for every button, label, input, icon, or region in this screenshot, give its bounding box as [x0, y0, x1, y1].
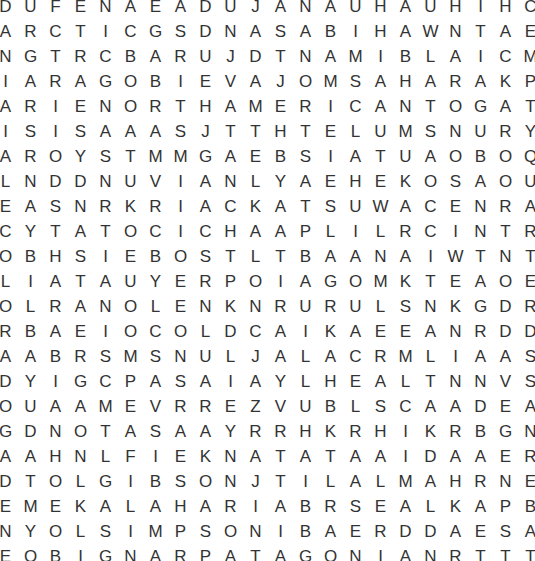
grid-cell[interactable]: E — [168, 444, 193, 469]
grid-cell[interactable]: V — [143, 394, 168, 419]
grid-cell[interactable]: L — [318, 219, 343, 244]
grid-cell[interactable]: B — [468, 419, 493, 444]
grid-cell[interactable]: C — [493, 44, 518, 69]
grid-cell[interactable]: E — [43, 494, 68, 519]
grid-cell[interactable]: O — [493, 269, 518, 294]
grid-cell[interactable]: D — [493, 319, 518, 344]
grid-cell[interactable]: D — [218, 319, 243, 344]
grid-cell[interactable]: A — [143, 494, 168, 519]
grid-cell[interactable]: E — [0, 494, 18, 519]
grid-cell[interactable]: G — [468, 94, 493, 119]
grid-cell[interactable]: U — [293, 294, 318, 319]
grid-cell[interactable]: I — [118, 519, 143, 544]
grid-cell[interactable]: A — [18, 69, 43, 94]
grid-cell[interactable]: I — [343, 219, 368, 244]
grid-cell[interactable]: E — [368, 319, 393, 344]
grid-cell[interactable]: A — [343, 444, 368, 469]
grid-cell[interactable]: L — [293, 344, 318, 369]
grid-cell[interactable]: A — [268, 194, 293, 219]
grid-cell[interactable]: L — [68, 469, 93, 494]
grid-cell[interactable]: T — [293, 119, 318, 144]
grid-cell[interactable]: G — [18, 44, 43, 69]
grid-cell[interactable]: K — [318, 319, 343, 344]
grid-cell[interactable]: R — [68, 44, 93, 69]
grid-cell[interactable]: L — [118, 494, 143, 519]
grid-cell[interactable]: P — [218, 269, 243, 294]
grid-cell[interactable]: U — [193, 44, 218, 69]
grid-cell[interactable]: C — [43, 19, 68, 44]
grid-cell[interactable]: O — [443, 94, 468, 119]
grid-cell[interactable]: Y — [18, 219, 43, 244]
grid-cell[interactable]: T — [168, 94, 193, 119]
grid-cell[interactable]: K — [418, 419, 443, 444]
grid-cell[interactable]: I — [168, 69, 193, 94]
grid-cell[interactable]: F — [118, 444, 143, 469]
grid-cell[interactable]: A — [418, 394, 443, 419]
grid-cell[interactable]: L — [368, 219, 393, 244]
grid-cell[interactable]: O — [343, 269, 368, 294]
grid-cell[interactable]: T — [68, 269, 93, 294]
grid-cell[interactable]: W — [368, 194, 393, 219]
grid-cell[interactable]: T — [68, 19, 93, 44]
grid-cell[interactable]: A — [218, 94, 243, 119]
grid-cell[interactable]: R — [218, 494, 243, 519]
grid-cell[interactable]: R — [443, 69, 468, 94]
grid-cell[interactable]: L — [218, 344, 243, 369]
grid-cell[interactable]: N — [218, 444, 243, 469]
grid-cell[interactable]: B — [18, 244, 43, 269]
grid-cell[interactable]: S — [93, 144, 118, 169]
grid-cell[interactable]: E — [0, 194, 18, 219]
grid-cell[interactable]: T — [418, 269, 443, 294]
grid-cell[interactable]: U — [343, 194, 368, 219]
grid-cell[interactable]: O — [68, 419, 93, 444]
grid-cell[interactable]: I — [243, 494, 268, 519]
grid-cell[interactable]: R — [43, 69, 68, 94]
grid-cell[interactable]: R — [68, 344, 93, 369]
grid-cell[interactable]: L — [243, 244, 268, 269]
grid-cell[interactable]: S — [168, 469, 193, 494]
grid-cell[interactable]: I — [318, 94, 343, 119]
grid-cell[interactable]: O — [443, 144, 468, 169]
grid-cell[interactable]: B — [293, 519, 318, 544]
grid-cell[interactable]: A — [243, 69, 268, 94]
grid-cell[interactable]: A — [268, 0, 293, 19]
grid-cell[interactable]: B — [143, 244, 168, 269]
grid-cell[interactable]: E — [168, 294, 193, 319]
grid-cell[interactable]: N — [443, 119, 468, 144]
grid-cell[interactable]: G — [318, 269, 343, 294]
grid-cell[interactable]: T — [268, 44, 293, 69]
grid-cell[interactable]: U — [293, 394, 318, 419]
grid-cell[interactable]: T — [468, 244, 493, 269]
grid-cell[interactable]: H — [268, 119, 293, 144]
grid-cell[interactable]: I — [293, 469, 318, 494]
grid-cell[interactable]: C — [418, 219, 443, 244]
grid-cell[interactable]: H — [218, 219, 243, 244]
grid-cell[interactable]: I — [468, 44, 493, 69]
grid-cell[interactable]: A — [193, 419, 218, 444]
grid-cell[interactable]: A — [293, 169, 318, 194]
grid-cell[interactable]: T — [468, 544, 493, 561]
grid-cell[interactable]: U — [18, 0, 43, 19]
grid-cell[interactable]: I — [368, 544, 393, 561]
grid-cell[interactable]: C — [343, 344, 368, 369]
grid-cell[interactable]: A — [268, 219, 293, 244]
grid-cell[interactable]: O — [118, 94, 143, 119]
grid-cell[interactable]: S — [368, 394, 393, 419]
grid-cell[interactable]: C — [93, 369, 118, 394]
grid-cell[interactable]: I — [0, 119, 18, 144]
grid-cell[interactable]: S — [168, 369, 193, 394]
grid-cell[interactable]: J — [243, 0, 268, 19]
grid-cell[interactable]: A — [343, 144, 368, 169]
grid-cell[interactable]: S — [293, 144, 318, 169]
grid-cell[interactable]: E — [68, 0, 93, 19]
grid-cell[interactable]: A — [118, 419, 143, 444]
grid-cell[interactable]: U — [18, 394, 43, 419]
grid-cell[interactable]: O — [243, 269, 268, 294]
grid-cell[interactable]: R — [18, 94, 43, 119]
grid-cell[interactable]: A — [518, 519, 535, 544]
grid-cell[interactable]: S — [68, 244, 93, 269]
grid-cell[interactable]: M — [368, 269, 393, 294]
grid-cell[interactable]: P — [193, 544, 218, 561]
grid-cell[interactable]: E — [518, 269, 535, 294]
grid-cell[interactable]: A — [418, 69, 443, 94]
grid-cell[interactable]: E — [218, 394, 243, 419]
grid-cell[interactable]: R — [368, 519, 393, 544]
grid-cell[interactable]: G — [193, 144, 218, 169]
grid-cell[interactable]: Y — [268, 369, 293, 394]
grid-cell[interactable]: A — [168, 419, 193, 444]
grid-cell[interactable]: A — [493, 94, 518, 119]
grid-cell[interactable]: M — [118, 344, 143, 369]
grid-cell[interactable]: E — [143, 0, 168, 19]
grid-cell[interactable]: L — [418, 44, 443, 69]
grid-cell[interactable]: N — [93, 94, 118, 119]
grid-cell[interactable]: A — [0, 444, 18, 469]
grid-cell[interactable]: H — [193, 94, 218, 119]
grid-cell[interactable]: D — [518, 319, 535, 344]
grid-cell[interactable]: C — [243, 319, 268, 344]
grid-cell[interactable]: J — [243, 469, 268, 494]
grid-cell[interactable]: E — [68, 94, 93, 119]
grid-cell[interactable]: I — [143, 444, 168, 469]
grid-cell[interactable]: N — [418, 544, 443, 561]
grid-cell[interactable]: A — [43, 269, 68, 294]
grid-cell[interactable]: D — [468, 394, 493, 419]
grid-cell[interactable]: N — [0, 519, 18, 544]
grid-cell[interactable]: I — [18, 269, 43, 294]
grid-cell[interactable]: A — [143, 544, 168, 561]
grid-cell[interactable]: O — [193, 469, 218, 494]
grid-cell[interactable]: N — [468, 219, 493, 244]
grid-cell[interactable]: L — [68, 519, 93, 544]
grid-cell[interactable]: U — [418, 0, 443, 19]
grid-cell[interactable]: I — [218, 369, 243, 394]
grid-cell[interactable]: A — [193, 494, 218, 519]
grid-cell[interactable]: M — [393, 469, 418, 494]
grid-cell[interactable]: L — [393, 369, 418, 394]
grid-cell[interactable]: E — [518, 469, 535, 494]
grid-cell[interactable]: K — [393, 169, 418, 194]
grid-cell[interactable]: I — [93, 319, 118, 344]
grid-cell[interactable]: E — [193, 69, 218, 94]
grid-cell[interactable]: K — [68, 494, 93, 519]
grid-cell[interactable]: D — [418, 519, 443, 544]
grid-cell[interactable]: A — [243, 444, 268, 469]
grid-cell[interactable]: A — [368, 69, 393, 94]
grid-cell[interactable]: B — [468, 144, 493, 169]
grid-cell[interactable]: N — [93, 0, 118, 19]
grid-cell[interactable]: R — [518, 444, 535, 469]
grid-cell[interactable]: R — [168, 394, 193, 419]
grid-cell[interactable]: R — [293, 94, 318, 119]
grid-cell[interactable]: N — [68, 194, 93, 219]
grid-cell[interactable]: N — [343, 544, 368, 561]
grid-cell[interactable]: N — [468, 369, 493, 394]
grid-cell[interactable]: N — [43, 419, 68, 444]
grid-cell[interactable]: I — [443, 344, 468, 369]
grid-cell[interactable]: T — [18, 469, 43, 494]
grid-cell[interactable]: K — [493, 69, 518, 94]
grid-cell[interactable]: C — [118, 19, 143, 44]
grid-cell[interactable]: A — [393, 0, 418, 19]
grid-cell[interactable]: N — [93, 169, 118, 194]
grid-cell[interactable]: R — [493, 194, 518, 219]
grid-cell[interactable]: A — [68, 219, 93, 244]
grid-cell[interactable]: R — [393, 219, 418, 244]
grid-cell[interactable]: B — [118, 44, 143, 69]
grid-cell[interactable]: S — [43, 194, 68, 219]
grid-cell[interactable]: A — [368, 444, 393, 469]
grid-cell[interactable]: A — [468, 344, 493, 369]
grid-cell[interactable]: I — [268, 269, 293, 294]
grid-cell[interactable]: I — [418, 244, 443, 269]
grid-cell[interactable]: C — [93, 44, 118, 69]
grid-cell[interactable]: L — [318, 469, 343, 494]
grid-cell[interactable]: B — [293, 244, 318, 269]
grid-cell[interactable]: T — [268, 244, 293, 269]
grid-cell[interactable]: R — [93, 194, 118, 219]
grid-cell[interactable]: N — [243, 294, 268, 319]
grid-cell[interactable]: N — [518, 419, 535, 444]
grid-cell[interactable]: N — [193, 294, 218, 319]
grid-cell[interactable]: B — [43, 344, 68, 369]
grid-cell[interactable]: C — [343, 94, 368, 119]
grid-cell[interactable]: O — [118, 294, 143, 319]
grid-cell[interactable]: A — [468, 269, 493, 294]
grid-cell[interactable]: R — [518, 219, 535, 244]
grid-cell[interactable]: G — [93, 469, 118, 494]
grid-cell[interactable]: H — [43, 244, 68, 269]
grid-cell[interactable]: O — [493, 144, 518, 169]
grid-cell[interactable]: G — [93, 544, 118, 561]
grid-cell[interactable]: C — [0, 219, 18, 244]
grid-cell[interactable]: A — [68, 294, 93, 319]
grid-cell[interactable]: T — [368, 144, 393, 169]
grid-cell[interactable]: H — [443, 0, 468, 19]
grid-cell[interactable]: A — [493, 19, 518, 44]
grid-cell[interactable]: O — [118, 219, 143, 244]
grid-cell[interactable]: O — [118, 69, 143, 94]
grid-cell[interactable]: A — [418, 144, 443, 169]
grid-cell[interactable]: O — [0, 294, 18, 319]
grid-cell[interactable]: Y — [268, 169, 293, 194]
grid-cell[interactable]: T — [243, 544, 268, 561]
grid-cell[interactable]: A — [343, 469, 368, 494]
grid-cell[interactable]: U — [343, 0, 368, 19]
grid-cell[interactable]: B — [318, 19, 343, 44]
grid-cell[interactable]: A — [518, 194, 535, 219]
grid-cell[interactable]: U — [468, 119, 493, 144]
grid-cell[interactable]: N — [218, 169, 243, 194]
grid-cell[interactable]: C — [218, 194, 243, 219]
grid-cell[interactable]: H — [493, 0, 518, 19]
grid-cell[interactable]: D — [243, 44, 268, 69]
grid-cell[interactable]: R — [343, 419, 368, 444]
grid-cell[interactable]: E — [368, 494, 393, 519]
grid-cell[interactable]: U — [218, 0, 243, 19]
grid-cell[interactable]: S — [418, 119, 443, 144]
grid-cell[interactable]: A — [118, 119, 143, 144]
grid-cell[interactable]: R — [443, 544, 468, 561]
grid-cell[interactable]: T — [43, 44, 68, 69]
grid-cell[interactable]: O — [293, 69, 318, 94]
grid-cell[interactable]: D — [0, 0, 18, 19]
grid-cell[interactable]: A — [118, 0, 143, 19]
grid-cell[interactable]: O — [43, 469, 68, 494]
grid-cell[interactable]: U — [118, 169, 143, 194]
grid-cell[interactable]: I — [93, 244, 118, 269]
grid-cell[interactable]: R — [318, 294, 343, 319]
grid-cell[interactable]: T — [518, 544, 535, 561]
grid-cell[interactable]: L — [0, 269, 18, 294]
grid-cell[interactable]: L — [343, 119, 368, 144]
grid-cell[interactable]: O — [168, 244, 193, 269]
grid-cell[interactable]: S — [393, 294, 418, 319]
grid-cell[interactable]: V — [143, 169, 168, 194]
grid-cell[interactable]: A — [368, 94, 393, 119]
grid-cell[interactable]: H — [293, 419, 318, 444]
grid-cell[interactable]: B — [318, 394, 343, 419]
grid-cell[interactable]: K — [243, 194, 268, 219]
grid-cell[interactable]: M — [343, 44, 368, 69]
grid-cell[interactable]: D — [0, 469, 18, 494]
grid-cell[interactable]: E — [343, 369, 368, 394]
grid-cell[interactable]: R — [168, 44, 193, 69]
grid-cell[interactable]: A — [393, 19, 418, 44]
grid-cell[interactable]: N — [293, 44, 318, 69]
grid-cell[interactable]: A — [318, 244, 343, 269]
grid-cell[interactable]: A — [268, 494, 293, 519]
grid-cell[interactable]: U — [393, 144, 418, 169]
grid-cell[interactable]: K — [193, 444, 218, 469]
grid-cell[interactable]: A — [293, 19, 318, 44]
grid-cell[interactable]: N — [468, 194, 493, 219]
grid-cell[interactable]: J — [268, 69, 293, 94]
grid-cell[interactable]: I — [93, 19, 118, 44]
grid-cell[interactable]: N — [68, 444, 93, 469]
grid-cell[interactable]: P — [518, 69, 535, 94]
grid-cell[interactable]: E — [443, 194, 468, 219]
grid-cell[interactable]: A — [393, 544, 418, 561]
grid-cell[interactable]: N — [0, 44, 18, 69]
grid-cell[interactable]: I — [318, 144, 343, 169]
grid-cell[interactable]: U — [343, 294, 368, 319]
grid-cell[interactable]: S — [143, 419, 168, 444]
grid-cell[interactable]: A — [293, 269, 318, 294]
grid-cell[interactable]: Y — [518, 119, 535, 144]
grid-cell[interactable]: R — [143, 194, 168, 219]
grid-cell[interactable]: K — [443, 294, 468, 319]
grid-cell[interactable]: I — [393, 444, 418, 469]
grid-cell[interactable]: E — [268, 94, 293, 119]
grid-cell[interactable]: A — [18, 444, 43, 469]
grid-cell[interactable]: S — [493, 519, 518, 544]
grid-cell[interactable]: A — [18, 194, 43, 219]
grid-cell[interactable]: K — [443, 494, 468, 519]
grid-cell[interactable]: P — [493, 494, 518, 519]
grid-cell[interactable]: M — [243, 94, 268, 119]
grid-cell[interactable]: D — [43, 169, 68, 194]
grid-cell[interactable]: S — [518, 369, 535, 394]
grid-cell[interactable]: E — [468, 519, 493, 544]
grid-cell[interactable]: A — [0, 19, 18, 44]
grid-cell[interactable]: B — [518, 494, 535, 519]
grid-cell[interactable]: A — [343, 319, 368, 344]
grid-cell[interactable]: R — [43, 294, 68, 319]
grid-cell[interactable]: D — [193, 19, 218, 44]
grid-cell[interactable]: O — [0, 244, 18, 269]
grid-cell[interactable]: T — [468, 19, 493, 44]
grid-cell[interactable]: H — [368, 19, 393, 44]
grid-cell[interactable]: K — [393, 269, 418, 294]
grid-cell[interactable]: L — [243, 169, 268, 194]
grid-cell[interactable]: A — [368, 369, 393, 394]
grid-cell[interactable]: I — [443, 219, 468, 244]
grid-cell[interactable]: O — [118, 319, 143, 344]
grid-cell[interactable]: G — [143, 19, 168, 44]
grid-cell[interactable]: T — [243, 119, 268, 144]
grid-cell[interactable]: Y — [18, 519, 43, 544]
grid-cell[interactable]: H — [368, 0, 393, 19]
grid-cell[interactable]: C — [393, 394, 418, 419]
grid-cell[interactable]: A — [0, 344, 18, 369]
grid-cell[interactable]: H — [443, 469, 468, 494]
grid-cell[interactable]: S — [143, 344, 168, 369]
grid-cell[interactable]: E — [493, 444, 518, 469]
grid-cell[interactable]: N — [218, 469, 243, 494]
grid-cell[interactable]: D — [68, 169, 93, 194]
grid-cell[interactable]: L — [0, 169, 18, 194]
grid-cell[interactable]: E — [343, 519, 368, 544]
grid-cell[interactable]: R — [468, 469, 493, 494]
grid-cell[interactable]: E — [168, 269, 193, 294]
grid-cell[interactable]: A — [43, 394, 68, 419]
grid-cell[interactable]: H — [343, 169, 368, 194]
grid-cell[interactable]: W — [443, 244, 468, 269]
grid-cell[interactable]: S — [93, 344, 118, 369]
grid-cell[interactable]: R — [143, 94, 168, 119]
grid-cell[interactable]: I — [268, 519, 293, 544]
grid-cell[interactable]: C — [518, 0, 535, 19]
grid-cell[interactable]: N — [393, 94, 418, 119]
grid-cell[interactable]: I — [368, 44, 393, 69]
grid-cell[interactable]: R — [268, 419, 293, 444]
grid-cell[interactable]: G — [68, 369, 93, 394]
